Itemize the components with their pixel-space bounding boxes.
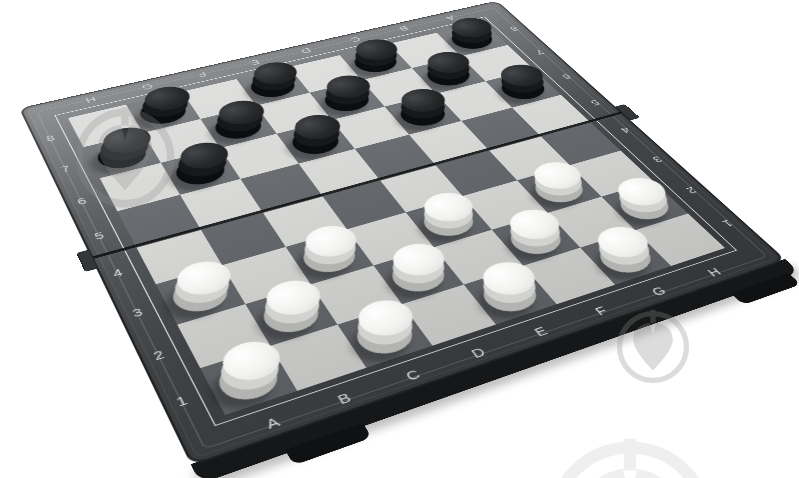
product-photo-stage: AHBGCFDEEDFCGBHA8877665544332211	[0, 0, 799, 478]
board-plane: AHBGCFDEEDFCGBHA8877665544332211	[68, 22, 725, 415]
watermark-logo-icon	[542, 437, 718, 478]
